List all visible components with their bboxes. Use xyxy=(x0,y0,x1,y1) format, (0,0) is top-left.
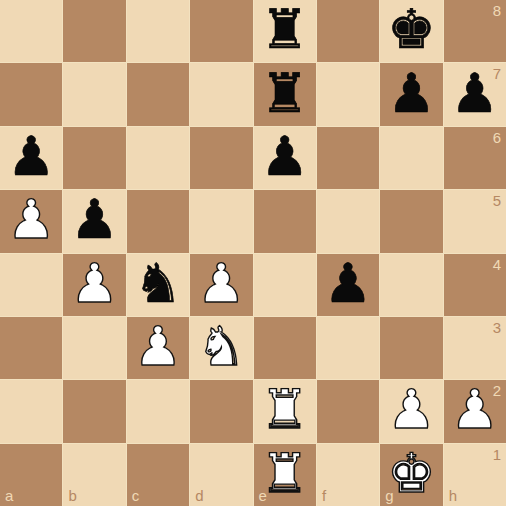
file-label-a: a xyxy=(5,488,13,503)
square-c4[interactable]: ♞ xyxy=(127,254,189,316)
square-d1[interactable]: d xyxy=(190,444,252,506)
rank-label-6: 6 xyxy=(493,130,501,145)
square-f7[interactable] xyxy=(317,63,379,125)
file-label-c: c xyxy=(132,488,140,503)
square-b4[interactable]: ♟ xyxy=(63,254,125,316)
square-e7[interactable]: ♜ xyxy=(254,63,316,125)
square-d8[interactable] xyxy=(190,0,252,62)
white-pawn-g2[interactable]: ♟ xyxy=(387,383,435,437)
white-knight-d3[interactable]: ♞ xyxy=(197,320,245,374)
square-h1[interactable]: 1h xyxy=(444,444,506,506)
black-pawn-g7[interactable]: ♟ xyxy=(387,67,435,121)
square-d3[interactable]: ♞ xyxy=(190,317,252,379)
file-label-b: b xyxy=(68,488,76,503)
square-a5[interactable]: ♟ xyxy=(0,190,62,252)
square-g8[interactable]: ♚ xyxy=(380,0,442,62)
square-b1[interactable]: b xyxy=(63,444,125,506)
square-a6[interactable]: ♟ xyxy=(0,127,62,189)
square-g4[interactable] xyxy=(380,254,442,316)
square-f4[interactable]: ♟ xyxy=(317,254,379,316)
white-pawn-a5[interactable]: ♟ xyxy=(7,193,55,247)
square-f2[interactable] xyxy=(317,380,379,442)
square-c5[interactable] xyxy=(127,190,189,252)
square-f3[interactable] xyxy=(317,317,379,379)
square-f1[interactable]: f xyxy=(317,444,379,506)
black-king-g8[interactable]: ♚ xyxy=(387,3,435,57)
square-a8[interactable] xyxy=(0,0,62,62)
square-f6[interactable] xyxy=(317,127,379,189)
square-e3[interactable] xyxy=(254,317,316,379)
square-f5[interactable] xyxy=(317,190,379,252)
square-h4[interactable]: 4 xyxy=(444,254,506,316)
square-a2[interactable] xyxy=(0,380,62,442)
square-e5[interactable] xyxy=(254,190,316,252)
square-e4[interactable] xyxy=(254,254,316,316)
square-e6[interactable]: ♟ xyxy=(254,127,316,189)
square-e1[interactable]: e♜ xyxy=(254,444,316,506)
square-d4[interactable]: ♟ xyxy=(190,254,252,316)
white-king-g1[interactable]: ♚ xyxy=(387,447,435,501)
square-c8[interactable] xyxy=(127,0,189,62)
black-pawn-h7[interactable]: ♟ xyxy=(451,67,499,121)
square-e2[interactable]: ♜ xyxy=(254,380,316,442)
chess-board-wrapper: ♜♚8♜♟7♟♟♟6♟♟5♟♞♟♟4♟♞3♜♟2♟abcde♜fg♚1h xyxy=(0,0,506,506)
black-pawn-e6[interactable]: ♟ xyxy=(260,130,308,184)
square-h8[interactable]: 8 xyxy=(444,0,506,62)
white-rook-e1[interactable]: ♜ xyxy=(260,447,308,501)
square-b5[interactable]: ♟ xyxy=(63,190,125,252)
white-pawn-d4[interactable]: ♟ xyxy=(197,257,245,311)
square-a4[interactable] xyxy=(0,254,62,316)
square-g7[interactable]: ♟ xyxy=(380,63,442,125)
square-g2[interactable]: ♟ xyxy=(380,380,442,442)
black-knight-c4[interactable]: ♞ xyxy=(134,257,182,311)
square-h6[interactable]: 6 xyxy=(444,127,506,189)
white-pawn-b4[interactable]: ♟ xyxy=(70,257,118,311)
square-b3[interactable] xyxy=(63,317,125,379)
square-d2[interactable] xyxy=(190,380,252,442)
file-label-h: h xyxy=(449,488,457,503)
file-label-d: d xyxy=(195,488,203,503)
white-pawn-c3[interactable]: ♟ xyxy=(134,320,182,374)
square-f8[interactable] xyxy=(317,0,379,62)
square-c1[interactable]: c xyxy=(127,444,189,506)
chess-board: ♜♚8♜♟7♟♟♟6♟♟5♟♞♟♟4♟♞3♜♟2♟abcde♜fg♚1h xyxy=(0,0,506,506)
square-g1[interactable]: g♚ xyxy=(380,444,442,506)
square-b2[interactable] xyxy=(63,380,125,442)
square-h3[interactable]: 3 xyxy=(444,317,506,379)
square-b8[interactable] xyxy=(63,0,125,62)
rank-label-1: 1 xyxy=(493,447,501,462)
square-g3[interactable] xyxy=(380,317,442,379)
square-e8[interactable]: ♜ xyxy=(254,0,316,62)
square-a7[interactable] xyxy=(0,63,62,125)
square-b7[interactable] xyxy=(63,63,125,125)
square-d7[interactable] xyxy=(190,63,252,125)
rank-label-4: 4 xyxy=(493,257,501,272)
rank-label-5: 5 xyxy=(493,193,501,208)
black-pawn-a6[interactable]: ♟ xyxy=(7,130,55,184)
black-rook-e8[interactable]: ♜ xyxy=(260,3,308,57)
square-h7[interactable]: 7♟ xyxy=(444,63,506,125)
rank-label-8: 8 xyxy=(493,3,501,18)
square-a3[interactable] xyxy=(0,317,62,379)
black-rook-e7[interactable]: ♜ xyxy=(260,67,308,121)
square-g6[interactable] xyxy=(380,127,442,189)
rank-label-3: 3 xyxy=(493,320,501,335)
square-d6[interactable] xyxy=(190,127,252,189)
white-rook-e2[interactable]: ♜ xyxy=(260,383,308,437)
square-c3[interactable]: ♟ xyxy=(127,317,189,379)
square-c7[interactable] xyxy=(127,63,189,125)
file-label-f: f xyxy=(322,488,326,503)
square-h5[interactable]: 5 xyxy=(444,190,506,252)
square-b6[interactable] xyxy=(63,127,125,189)
square-c6[interactable] xyxy=(127,127,189,189)
square-d5[interactable] xyxy=(190,190,252,252)
square-c2[interactable] xyxy=(127,380,189,442)
square-g5[interactable] xyxy=(380,190,442,252)
square-h2[interactable]: 2♟ xyxy=(444,380,506,442)
black-pawn-b5[interactable]: ♟ xyxy=(70,193,118,247)
white-pawn-h2[interactable]: ♟ xyxy=(451,383,499,437)
black-pawn-f4[interactable]: ♟ xyxy=(324,257,372,311)
square-a1[interactable]: a xyxy=(0,444,62,506)
